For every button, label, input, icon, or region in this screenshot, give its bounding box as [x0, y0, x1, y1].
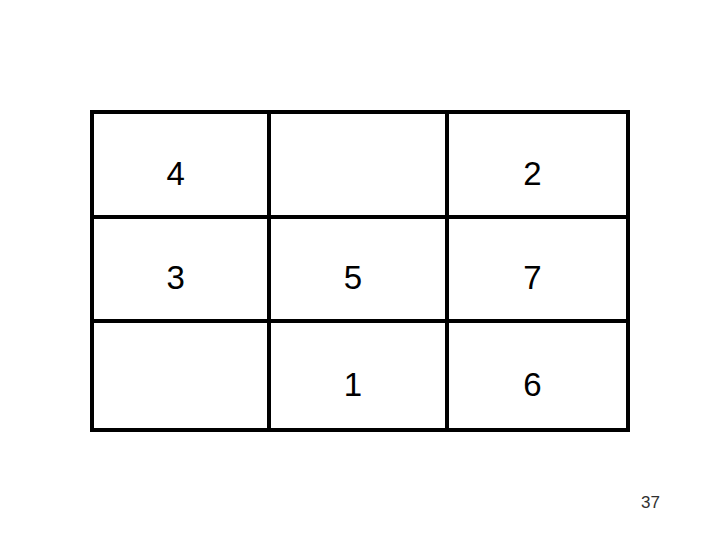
tile-number: 2: [523, 157, 541, 190]
cell-r3c2: 1: [271, 323, 448, 428]
cell-r1c3: 2: [449, 114, 626, 219]
tile-number: 1: [344, 368, 362, 401]
puzzle-board: 4 2 3 5 7 1 6: [90, 110, 630, 432]
tile-number: 3: [166, 261, 184, 294]
cell-r1c1: 4: [94, 114, 271, 219]
tile-number: 5: [344, 261, 362, 294]
cell-r2c2: 5: [271, 219, 448, 324]
tile-number: 6: [523, 368, 541, 401]
tile-number: 4: [166, 157, 184, 190]
slide: 4 2 3 5 7 1 6 37: [0, 0, 720, 540]
cell-r1c2: [271, 114, 448, 219]
cell-r2c1: 3: [94, 219, 271, 324]
cell-r2c3: 7: [449, 219, 626, 324]
slide-page-number: 37: [641, 493, 660, 513]
cell-r3c3: 6: [449, 323, 626, 428]
cell-r3c1: [94, 323, 271, 428]
tile-number: 7: [523, 261, 541, 294]
